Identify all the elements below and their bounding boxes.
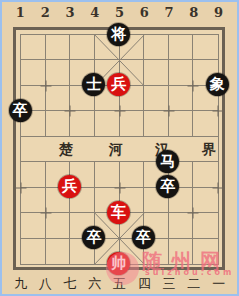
xiangqi-diagram: 123456789 楚 河 汉 界 将士兵象卒马兵卒车卒卒帅 随州网 suizh… — [0, 0, 239, 296]
file-label-bottom-1: 九 — [8, 275, 33, 293]
river-label-he: 河 — [109, 141, 123, 159]
file-label-top-8: 8 — [181, 4, 206, 22]
piece-black-elephant[interactable]: 象 — [206, 73, 229, 96]
position-marker — [114, 182, 125, 193]
file-label-top-1: 1 — [8, 4, 33, 22]
river-label-jie: 界 — [202, 141, 216, 159]
file-labels-bottom: 九八七六五四三二一 — [8, 275, 231, 293]
position-marker — [65, 106, 76, 117]
position-marker — [40, 208, 51, 219]
position-marker — [114, 106, 125, 117]
file-label-bottom-4: 六 — [82, 275, 107, 293]
position-marker — [163, 106, 174, 117]
file-label-bottom-8: 二 — [181, 275, 206, 293]
piece-black-horse[interactable]: 马 — [156, 150, 179, 173]
piece-red-general[interactable]: 帅 — [107, 252, 130, 275]
piece-black-soldier[interactable]: 卒 — [132, 226, 155, 249]
file-label-bottom-7: 三 — [157, 275, 182, 293]
piece-black-general[interactable]: 将 — [107, 23, 130, 46]
position-marker — [213, 182, 224, 193]
river-label-chu: 楚 — [59, 141, 73, 159]
file-label-top-6: 6 — [132, 4, 157, 22]
file-label-bottom-6: 四 — [132, 275, 157, 293]
file-label-top-3: 3 — [58, 4, 83, 22]
file-label-top-9: 9 — [206, 4, 231, 22]
file-label-top-4: 4 — [82, 4, 107, 22]
file-label-bottom-5: 五 — [107, 275, 132, 293]
piece-red-soldier[interactable]: 兵 — [58, 175, 81, 198]
file-label-bottom-2: 八 — [33, 275, 58, 293]
position-marker — [16, 182, 27, 193]
position-marker — [213, 106, 224, 117]
position-marker — [40, 80, 51, 91]
file-label-top-2: 2 — [33, 4, 58, 22]
file-labels-top: 123456789 — [8, 4, 231, 22]
piece-red-chariot[interactable]: 车 — [107, 201, 130, 224]
position-marker — [188, 208, 199, 219]
piece-black-soldier[interactable]: 卒 — [9, 99, 32, 122]
position-marker — [188, 80, 199, 91]
file-label-bottom-3: 七 — [58, 275, 83, 293]
file-label-bottom-9: 一 — [206, 275, 231, 293]
file-label-top-7: 7 — [157, 4, 182, 22]
file-label-top-5: 5 — [107, 4, 132, 22]
